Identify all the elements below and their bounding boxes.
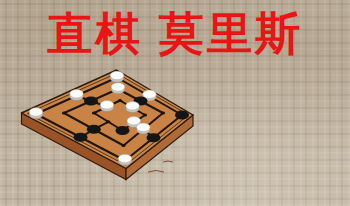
morris-board	[0, 0, 350, 206]
black-piece	[175, 111, 189, 120]
white-piece	[29, 108, 43, 119]
black-piece	[87, 125, 101, 134]
black-piece	[74, 133, 88, 142]
black-piece	[116, 126, 130, 135]
wood-grain-mark	[163, 161, 173, 162]
white-piece	[110, 71, 124, 82]
white-piece	[111, 83, 125, 94]
white-piece	[70, 90, 84, 101]
empty-point-dot	[62, 112, 66, 115]
white-piece	[100, 101, 114, 112]
empty-point-dot	[121, 144, 125, 147]
black-piece	[84, 97, 98, 106]
empty-point-dot	[106, 120, 110, 123]
white-piece	[137, 123, 151, 134]
white-piece	[118, 154, 132, 165]
empty-point-dot	[161, 112, 165, 115]
empty-point-dot	[92, 112, 96, 115]
empty-point-dot	[118, 99, 122, 102]
wood-grain-mark	[148, 171, 164, 173]
thumbnail: 直棋 莫里斯	[0, 0, 350, 206]
white-piece	[126, 102, 140, 113]
empty-point-dot	[143, 114, 147, 117]
black-piece	[147, 133, 161, 142]
